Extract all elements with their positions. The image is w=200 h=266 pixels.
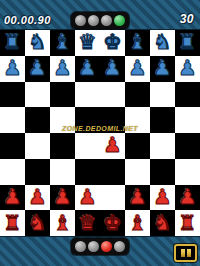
square-f8[interactable]: ♝ bbox=[125, 30, 150, 56]
square-d2[interactable]: ♟ bbox=[75, 185, 100, 211]
blue-pawn: ♟ bbox=[103, 58, 122, 79]
square-d3[interactable] bbox=[75, 159, 100, 185]
square-a6[interactable] bbox=[0, 82, 25, 108]
top-indicator-lights-panel bbox=[71, 12, 129, 29]
blue-bishop: ♝ bbox=[53, 32, 72, 53]
square-b3[interactable] bbox=[25, 159, 50, 185]
square-b4[interactable] bbox=[25, 133, 50, 159]
square-b7[interactable]: ♟ bbox=[25, 56, 50, 82]
red-rook: ♜ bbox=[178, 213, 197, 234]
blue-bishop: ♝ bbox=[128, 32, 147, 53]
square-e6[interactable] bbox=[100, 82, 125, 108]
square-g3[interactable] bbox=[150, 159, 175, 185]
square-e4[interactable]: ♟ bbox=[100, 133, 125, 159]
square-g8[interactable]: ♞ bbox=[150, 30, 175, 56]
square-f7[interactable]: ♟ bbox=[125, 56, 150, 82]
blue-pawn: ♟ bbox=[178, 58, 197, 79]
square-h8[interactable]: ♜ bbox=[175, 30, 200, 56]
square-d4[interactable] bbox=[75, 133, 100, 159]
blue-knight: ♞ bbox=[28, 32, 47, 53]
top-status-bar: 00.00.90 30 bbox=[0, 0, 200, 30]
blue-knight: ♞ bbox=[153, 32, 172, 53]
blue-pawn: ♟ bbox=[28, 58, 47, 79]
pause-button[interactable] bbox=[174, 244, 197, 262]
bottom-status-bar bbox=[0, 236, 200, 266]
square-f1[interactable]: ♝ bbox=[125, 210, 150, 236]
square-f6[interactable] bbox=[125, 82, 150, 108]
square-g6[interactable] bbox=[150, 82, 175, 108]
chess-board: ZONE.DEDOMIL.NET ♜♞♝♛♚♝♞♜♟♟♟♟♟♟♟♟♟♟♟♟♟♟♟… bbox=[0, 30, 200, 236]
timer-display: 00.00.90 bbox=[4, 14, 51, 26]
red-pawn: ♟ bbox=[78, 187, 97, 208]
blue-rook: ♜ bbox=[3, 32, 22, 53]
blue-queen: ♛ bbox=[78, 32, 97, 53]
square-h7[interactable]: ♟ bbox=[175, 56, 200, 82]
blue-rook: ♜ bbox=[178, 32, 197, 53]
pause-icon bbox=[181, 249, 185, 257]
square-e8[interactable]: ♚ bbox=[100, 30, 125, 56]
indicator-light-2-off bbox=[88, 15, 99, 26]
square-c8[interactable]: ♝ bbox=[50, 30, 75, 56]
red-pawn: ♟ bbox=[103, 135, 122, 156]
pause-icon bbox=[187, 249, 191, 257]
red-pawn: ♟ bbox=[3, 187, 22, 208]
square-g2[interactable]: ♟ bbox=[150, 185, 175, 211]
square-g7[interactable]: ♟ bbox=[150, 56, 175, 82]
blue-king: ♚ bbox=[103, 32, 122, 53]
square-e2[interactable] bbox=[100, 185, 125, 211]
red-pawn: ♟ bbox=[28, 187, 47, 208]
square-g5[interactable] bbox=[150, 107, 175, 133]
blue-pawn: ♟ bbox=[128, 58, 147, 79]
score-display: 30 bbox=[180, 12, 194, 26]
square-f4[interactable] bbox=[125, 133, 150, 159]
square-d1[interactable]: ♛ bbox=[75, 210, 100, 236]
red-pawn: ♟ bbox=[178, 187, 197, 208]
square-d7[interactable]: ♟ bbox=[75, 56, 100, 82]
square-e3[interactable] bbox=[100, 159, 125, 185]
square-c1[interactable]: ♝ bbox=[50, 210, 75, 236]
square-f2[interactable]: ♟ bbox=[125, 185, 150, 211]
red-pawn: ♟ bbox=[53, 187, 72, 208]
square-b6[interactable] bbox=[25, 82, 50, 108]
square-b8[interactable]: ♞ bbox=[25, 30, 50, 56]
watermark-text: ZONE.DEDOMIL.NET bbox=[62, 125, 138, 132]
red-pawn: ♟ bbox=[128, 187, 147, 208]
indicator-light-1-off bbox=[75, 241, 86, 252]
square-a2[interactable]: ♟ bbox=[0, 185, 25, 211]
blue-pawn: ♟ bbox=[53, 58, 72, 79]
square-h5[interactable] bbox=[175, 107, 200, 133]
square-a1[interactable]: ♜ bbox=[0, 210, 25, 236]
square-e7[interactable]: ♟ bbox=[100, 56, 125, 82]
game-screen: 00.00.90 30 ZONE.DEDOMIL.NET ♜♞♝♛♚♝♞♜♟♟♟… bbox=[0, 0, 200, 266]
indicator-light-2-off bbox=[88, 241, 99, 252]
square-a4[interactable] bbox=[0, 133, 25, 159]
square-a8[interactable]: ♜ bbox=[0, 30, 25, 56]
square-h2[interactable]: ♟ bbox=[175, 185, 200, 211]
square-g1[interactable]: ♞ bbox=[150, 210, 175, 236]
red-king: ♚ bbox=[103, 213, 122, 234]
red-pawn: ♟ bbox=[153, 187, 172, 208]
blue-pawn: ♟ bbox=[78, 58, 97, 79]
red-queen: ♛ bbox=[78, 213, 97, 234]
red-rook: ♜ bbox=[3, 213, 22, 234]
square-c6[interactable] bbox=[50, 82, 75, 108]
square-f3[interactable] bbox=[125, 159, 150, 185]
blue-pawn: ♟ bbox=[153, 58, 172, 79]
square-h4[interactable] bbox=[175, 133, 200, 159]
red-knight: ♞ bbox=[28, 213, 47, 234]
indicator-light-4-green bbox=[114, 15, 125, 26]
red-knight: ♞ bbox=[153, 213, 172, 234]
square-h6[interactable] bbox=[175, 82, 200, 108]
square-b2[interactable]: ♟ bbox=[25, 185, 50, 211]
square-g4[interactable] bbox=[150, 133, 175, 159]
square-c3[interactable] bbox=[50, 159, 75, 185]
square-d8[interactable]: ♛ bbox=[75, 30, 100, 56]
bottom-indicator-lights-panel bbox=[71, 238, 129, 255]
square-d6[interactable] bbox=[75, 82, 100, 108]
square-a5[interactable] bbox=[0, 107, 25, 133]
square-h1[interactable]: ♜ bbox=[175, 210, 200, 236]
red-bishop: ♝ bbox=[53, 213, 72, 234]
square-b5[interactable] bbox=[25, 107, 50, 133]
square-h3[interactable] bbox=[175, 159, 200, 185]
square-c2[interactable]: ♟ bbox=[50, 185, 75, 211]
square-c7[interactable]: ♟ bbox=[50, 56, 75, 82]
square-e1[interactable]: ♚ bbox=[100, 210, 125, 236]
square-a3[interactable] bbox=[0, 159, 25, 185]
indicator-light-1-off bbox=[75, 15, 86, 26]
square-c4[interactable] bbox=[50, 133, 75, 159]
red-bishop: ♝ bbox=[128, 213, 147, 234]
square-b1[interactable]: ♞ bbox=[25, 210, 50, 236]
indicator-light-3-red bbox=[101, 241, 112, 252]
indicator-light-3-off bbox=[101, 15, 112, 26]
indicator-light-4-off bbox=[114, 241, 125, 252]
blue-pawn: ♟ bbox=[3, 58, 22, 79]
square-a7[interactable]: ♟ bbox=[0, 56, 25, 82]
